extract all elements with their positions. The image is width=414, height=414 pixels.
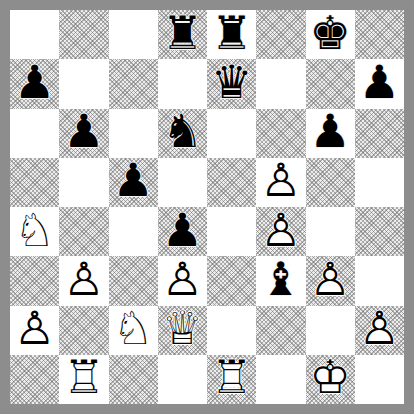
- square-f7[interactable]: [256, 59, 305, 108]
- square-b3[interactable]: ♟♙: [59, 256, 108, 305]
- white-queen-piece[interactable]: ♛♕: [158, 306, 207, 355]
- white-knight-piece[interactable]: ♞♘: [10, 207, 59, 256]
- square-c7[interactable]: [109, 59, 158, 108]
- white-pawn-piece[interactable]: ♟♙: [355, 306, 404, 355]
- black-pawn-glyph: ♟: [162, 207, 203, 253]
- black-pawn-piece[interactable]: ♟: [306, 109, 355, 158]
- square-b8[interactable]: [59, 10, 108, 59]
- square-f4[interactable]: ♟♙: [256, 207, 305, 256]
- white-pawn-piece[interactable]: ♟♙: [256, 207, 305, 256]
- black-king-glyph: ♚: [310, 10, 351, 56]
- square-h2[interactable]: ♟♙: [355, 306, 404, 355]
- black-pawn-piece[interactable]: ♟: [355, 59, 404, 108]
- square-e5[interactable]: [207, 158, 256, 207]
- black-bishop-glyph: ♝: [260, 256, 301, 302]
- square-c1[interactable]: [109, 355, 158, 404]
- square-d1[interactable]: [158, 355, 207, 404]
- white-pawn-glyph: ♙: [260, 207, 301, 253]
- white-rook-glyph: ♖: [211, 354, 252, 400]
- white-king-glyph: ♔: [310, 354, 351, 400]
- square-e2[interactable]: [207, 306, 256, 355]
- black-queen-piece[interactable]: ♛: [207, 59, 256, 108]
- white-rook-piece[interactable]: ♜♖: [207, 355, 256, 404]
- square-h1[interactable]: [355, 355, 404, 404]
- black-rook-glyph: ♜: [211, 10, 252, 56]
- square-f5[interactable]: ♟♙: [256, 158, 305, 207]
- white-pawn-piece[interactable]: ♟♙: [10, 306, 59, 355]
- white-pawn-glyph: ♙: [63, 256, 104, 302]
- square-e7[interactable]: ♛: [207, 59, 256, 108]
- square-a3[interactable]: [10, 256, 59, 305]
- black-rook-piece[interactable]: ♜: [207, 10, 256, 59]
- black-king-piece[interactable]: ♚: [306, 10, 355, 59]
- white-queen-glyph: ♕: [162, 305, 203, 351]
- white-pawn-piece[interactable]: ♟♙: [59, 256, 108, 305]
- square-d6[interactable]: ♞: [158, 109, 207, 158]
- black-pawn-piece[interactable]: ♟: [59, 109, 108, 158]
- square-h3[interactable]: [355, 256, 404, 305]
- black-pawn-glyph: ♟: [310, 108, 351, 154]
- black-pawn-glyph: ♟: [14, 59, 55, 105]
- square-f2[interactable]: [256, 306, 305, 355]
- square-g8[interactable]: ♚: [306, 10, 355, 59]
- square-a6[interactable]: [10, 109, 59, 158]
- white-pawn-glyph: ♙: [260, 157, 301, 203]
- square-a1[interactable]: [10, 355, 59, 404]
- chess-board: ♜♜♚♟♛♟♟♞♟♟♟♙♞♘♟♟♙♟♙♟♙♝♟♙♟♙♞♘♛♕♟♙♜♖♜♖♚♔: [10, 10, 404, 404]
- square-h8[interactable]: [355, 10, 404, 59]
- square-d4[interactable]: ♟: [158, 207, 207, 256]
- square-e1[interactable]: ♜♖: [207, 355, 256, 404]
- black-pawn-piece[interactable]: ♟: [158, 207, 207, 256]
- white-pawn-glyph: ♙: [310, 256, 351, 302]
- white-king-piece[interactable]: ♚♔: [306, 355, 355, 404]
- square-a7[interactable]: ♟: [10, 59, 59, 108]
- square-c6[interactable]: [109, 109, 158, 158]
- square-c4[interactable]: [109, 207, 158, 256]
- chess-board-frame: ♜♜♚♟♛♟♟♞♟♟♟♙♞♘♟♟♙♟♙♟♙♝♟♙♟♙♞♘♛♕♟♙♜♖♜♖♚♔: [0, 0, 414, 414]
- square-e6[interactable]: [207, 109, 256, 158]
- black-pawn-glyph: ♟: [113, 157, 154, 203]
- square-a2[interactable]: ♟♙: [10, 306, 59, 355]
- square-c8[interactable]: [109, 10, 158, 59]
- square-c5[interactable]: ♟: [109, 158, 158, 207]
- black-pawn-glyph: ♟: [359, 59, 400, 105]
- white-knight-glyph: ♘: [14, 207, 55, 253]
- white-pawn-glyph: ♙: [359, 305, 400, 351]
- square-g5[interactable]: [306, 158, 355, 207]
- square-g4[interactable]: [306, 207, 355, 256]
- square-f3[interactable]: ♝: [256, 256, 305, 305]
- white-pawn-piece[interactable]: ♟♙: [256, 158, 305, 207]
- white-rook-piece[interactable]: ♜♖: [59, 355, 108, 404]
- square-d7[interactable]: [158, 59, 207, 108]
- square-c2[interactable]: ♞♘: [109, 306, 158, 355]
- black-rook-glyph: ♜: [162, 10, 203, 56]
- square-a5[interactable]: [10, 158, 59, 207]
- square-g3[interactable]: ♟♙: [306, 256, 355, 305]
- black-pawn-glyph: ♟: [63, 108, 104, 154]
- square-g7[interactable]: [306, 59, 355, 108]
- square-d2[interactable]: ♛♕: [158, 306, 207, 355]
- white-knight-glyph: ♘: [113, 305, 154, 351]
- square-e8[interactable]: ♜: [207, 10, 256, 59]
- square-f6[interactable]: [256, 109, 305, 158]
- white-pawn-piece[interactable]: ♟♙: [158, 256, 207, 305]
- white-rook-glyph: ♖: [63, 354, 104, 400]
- black-pawn-piece[interactable]: ♟: [10, 59, 59, 108]
- white-pawn-piece[interactable]: ♟♙: [306, 256, 355, 305]
- black-pawn-piece[interactable]: ♟: [109, 158, 158, 207]
- white-pawn-glyph: ♙: [14, 305, 55, 351]
- square-e3[interactable]: [207, 256, 256, 305]
- black-queen-glyph: ♛: [211, 59, 252, 105]
- square-d3[interactable]: ♟♙: [158, 256, 207, 305]
- square-g2[interactable]: [306, 306, 355, 355]
- square-a4[interactable]: ♞♘: [10, 207, 59, 256]
- square-a8[interactable]: [10, 10, 59, 59]
- black-rook-piece[interactable]: ♜: [158, 10, 207, 59]
- square-g1[interactable]: ♚♔: [306, 355, 355, 404]
- square-e4[interactable]: [207, 207, 256, 256]
- square-b7[interactable]: [59, 59, 108, 108]
- square-c3[interactable]: [109, 256, 158, 305]
- black-knight-glyph: ♞: [162, 108, 203, 154]
- square-h6[interactable]: [355, 109, 404, 158]
- white-pawn-glyph: ♙: [162, 256, 203, 302]
- black-knight-piece[interactable]: ♞: [158, 109, 207, 158]
- square-h4[interactable]: [355, 207, 404, 256]
- square-h5[interactable]: [355, 158, 404, 207]
- square-h7[interactable]: ♟: [355, 59, 404, 108]
- black-bishop-piece[interactable]: ♝: [256, 256, 305, 305]
- square-b1[interactable]: ♜♖: [59, 355, 108, 404]
- square-b6[interactable]: ♟: [59, 109, 108, 158]
- square-f8[interactable]: [256, 10, 305, 59]
- square-d8[interactable]: ♜: [158, 10, 207, 59]
- square-f1[interactable]: [256, 355, 305, 404]
- square-d5[interactable]: [158, 158, 207, 207]
- white-knight-piece[interactable]: ♞♘: [109, 306, 158, 355]
- square-b5[interactable]: [59, 158, 108, 207]
- square-b2[interactable]: [59, 306, 108, 355]
- square-b4[interactable]: [59, 207, 108, 256]
- square-g6[interactable]: ♟: [306, 109, 355, 158]
